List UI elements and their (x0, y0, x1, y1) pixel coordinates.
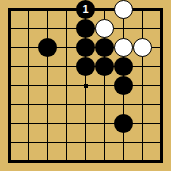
intersection-J9[interactable] (152, 0, 171, 19)
intersection-E8[interactable] (76, 19, 95, 38)
intersection-A8[interactable] (0, 19, 19, 38)
intersection-B1[interactable] (19, 152, 38, 171)
star-point (84, 84, 88, 88)
intersection-B7[interactable] (19, 38, 38, 57)
black-stone (95, 57, 114, 76)
intersection-A5[interactable] (0, 76, 19, 95)
black-stone (114, 114, 133, 133)
intersection-D8[interactable] (57, 19, 76, 38)
black-stone: 1 (76, 0, 95, 19)
intersection-H3[interactable] (133, 114, 152, 133)
intersection-F6[interactable] (95, 57, 114, 76)
intersection-E2[interactable] (76, 133, 95, 152)
intersection-H5[interactable] (133, 76, 152, 95)
intersection-J3[interactable] (152, 114, 171, 133)
intersection-G1[interactable] (114, 152, 133, 171)
intersection-B8[interactable] (19, 19, 38, 38)
move-label: 1 (82, 4, 88, 15)
intersection-C1[interactable] (38, 152, 57, 171)
intersection-A1[interactable] (0, 152, 19, 171)
intersection-D3[interactable] (57, 114, 76, 133)
intersection-E3[interactable] (76, 114, 95, 133)
intersection-C5[interactable] (38, 76, 57, 95)
intersection-A9[interactable] (0, 0, 19, 19)
intersection-H2[interactable] (133, 133, 152, 152)
intersection-E6[interactable] (76, 57, 95, 76)
intersection-H7[interactable] (133, 38, 152, 57)
intersection-J4[interactable] (152, 95, 171, 114)
intersection-C2[interactable] (38, 133, 57, 152)
black-stone (95, 38, 114, 57)
black-stone (76, 57, 95, 76)
intersection-F8[interactable] (95, 19, 114, 38)
intersection-G8[interactable] (114, 19, 133, 38)
intersection-D4[interactable] (57, 95, 76, 114)
black-stone (114, 76, 133, 95)
black-stone (76, 38, 95, 57)
intersection-J2[interactable] (152, 133, 171, 152)
intersection-F7[interactable] (95, 38, 114, 57)
intersection-F4[interactable] (95, 95, 114, 114)
intersection-F2[interactable] (95, 133, 114, 152)
intersection-B3[interactable] (19, 114, 38, 133)
intersection-J1[interactable] (152, 152, 171, 171)
intersection-D2[interactable] (57, 133, 76, 152)
white-stone (133, 38, 152, 57)
intersection-B6[interactable] (19, 57, 38, 76)
intersection-B9[interactable] (19, 0, 38, 19)
black-stone (114, 57, 133, 76)
intersection-G6[interactable] (114, 57, 133, 76)
intersection-F5[interactable] (95, 76, 114, 95)
black-stone (38, 38, 57, 57)
intersection-H9[interactable] (133, 0, 152, 19)
white-stone (114, 38, 133, 57)
intersection-A7[interactable] (0, 38, 19, 57)
intersection-B4[interactable] (19, 95, 38, 114)
intersection-C4[interactable] (38, 95, 57, 114)
intersection-D7[interactable] (57, 38, 76, 57)
intersection-J5[interactable] (152, 76, 171, 95)
intersection-J6[interactable] (152, 57, 171, 76)
intersection-H6[interactable] (133, 57, 152, 76)
intersection-D1[interactable] (57, 152, 76, 171)
intersection-A3[interactable] (0, 114, 19, 133)
intersection-E1[interactable] (76, 152, 95, 171)
intersection-C6[interactable] (38, 57, 57, 76)
intersection-G4[interactable] (114, 95, 133, 114)
intersection-G2[interactable] (114, 133, 133, 152)
intersection-C3[interactable] (38, 114, 57, 133)
intersection-J7[interactable] (152, 38, 171, 57)
intersection-G9[interactable] (114, 0, 133, 19)
intersection-D5[interactable] (57, 76, 76, 95)
intersection-A2[interactable] (0, 133, 19, 152)
intersection-F3[interactable] (95, 114, 114, 133)
white-stone (95, 19, 114, 38)
white-stone (114, 0, 133, 19)
intersection-D6[interactable] (57, 57, 76, 76)
intersection-G7[interactable] (114, 38, 133, 57)
intersection-G3[interactable] (114, 114, 133, 133)
intersection-B5[interactable] (19, 76, 38, 95)
intersection-C8[interactable] (38, 19, 57, 38)
intersection-A6[interactable] (0, 57, 19, 76)
intersection-A4[interactable] (0, 95, 19, 114)
intersection-J8[interactable] (152, 19, 171, 38)
intersection-C9[interactable] (38, 0, 57, 19)
intersection-D9[interactable] (57, 0, 76, 19)
intersection-G5[interactable] (114, 76, 133, 95)
intersection-B2[interactable] (19, 133, 38, 152)
intersection-F1[interactable] (95, 152, 114, 171)
intersection-F9[interactable] (95, 0, 114, 19)
intersection-E7[interactable] (76, 38, 95, 57)
go-board: 1 (0, 0, 171, 171)
intersection-E4[interactable] (76, 95, 95, 114)
black-stone (76, 19, 95, 38)
intersection-H4[interactable] (133, 95, 152, 114)
intersection-H8[interactable] (133, 19, 152, 38)
intersection-H1[interactable] (133, 152, 152, 171)
intersection-E9[interactable]: 1 (76, 0, 95, 19)
intersection-C7[interactable] (38, 38, 57, 57)
